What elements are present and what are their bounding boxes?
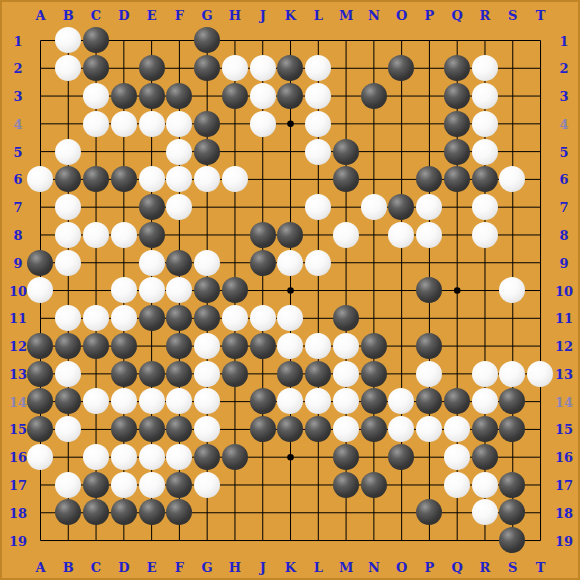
intersection-R11[interactable] — [471, 304, 499, 332]
intersection-J3[interactable] — [249, 82, 277, 110]
intersection-J2[interactable] — [249, 54, 277, 82]
intersection-P4[interactable] — [415, 110, 443, 138]
intersection-F2[interactable] — [165, 54, 193, 82]
intersection-M17[interactable] — [332, 471, 360, 499]
intersection-S12[interactable] — [499, 332, 527, 360]
intersection-G2[interactable] — [193, 54, 221, 82]
intersection-A17[interactable] — [27, 471, 55, 499]
intersection-N13[interactable] — [360, 360, 388, 388]
intersection-J13[interactable] — [249, 360, 277, 388]
intersection-L13[interactable] — [304, 360, 332, 388]
intersection-P10[interactable] — [415, 276, 443, 304]
intersection-F9[interactable] — [165, 249, 193, 277]
intersection-Q11[interactable] — [443, 304, 471, 332]
intersection-B19[interactable] — [54, 526, 82, 554]
intersection-M19[interactable] — [332, 526, 360, 554]
intersection-S13[interactable] — [499, 360, 527, 388]
intersection-R7[interactable] — [471, 193, 499, 221]
intersection-D1[interactable] — [110, 27, 138, 55]
intersection-J10[interactable] — [249, 276, 277, 304]
intersection-C19[interactable] — [82, 526, 110, 554]
intersection-G10[interactable] — [193, 276, 221, 304]
intersection-K10[interactable] — [276, 276, 304, 304]
intersection-O17[interactable] — [388, 471, 416, 499]
intersection-L7[interactable] — [304, 193, 332, 221]
intersection-P12[interactable] — [415, 332, 443, 360]
intersection-D3[interactable] — [110, 82, 138, 110]
intersection-P19[interactable] — [415, 526, 443, 554]
intersection-T3[interactable] — [526, 82, 554, 110]
intersection-Q13[interactable] — [443, 360, 471, 388]
intersection-G13[interactable] — [193, 360, 221, 388]
intersection-C14[interactable] — [82, 388, 110, 416]
intersection-O1[interactable] — [388, 27, 416, 55]
intersection-L16[interactable] — [304, 443, 332, 471]
intersection-J16[interactable] — [249, 443, 277, 471]
intersection-F3[interactable] — [165, 82, 193, 110]
intersection-K7[interactable] — [276, 193, 304, 221]
intersection-R9[interactable] — [471, 249, 499, 277]
intersection-M10[interactable] — [332, 276, 360, 304]
intersection-G1[interactable] — [193, 27, 221, 55]
intersection-D13[interactable] — [110, 360, 138, 388]
intersection-H7[interactable] — [221, 193, 249, 221]
intersection-P18[interactable] — [415, 499, 443, 527]
intersection-B18[interactable] — [54, 499, 82, 527]
intersection-A9[interactable] — [27, 249, 55, 277]
intersection-R3[interactable] — [471, 82, 499, 110]
intersection-M13[interactable] — [332, 360, 360, 388]
intersection-Q18[interactable] — [443, 499, 471, 527]
intersection-O11[interactable] — [388, 304, 416, 332]
intersection-T2[interactable] — [526, 54, 554, 82]
intersection-P13[interactable] — [415, 360, 443, 388]
intersection-T13[interactable] — [526, 360, 554, 388]
intersection-H18[interactable] — [221, 499, 249, 527]
intersection-T7[interactable] — [526, 193, 554, 221]
intersection-P7[interactable] — [415, 193, 443, 221]
intersection-O6[interactable] — [388, 165, 416, 193]
intersection-O3[interactable] — [388, 82, 416, 110]
intersection-P6[interactable] — [415, 165, 443, 193]
intersection-R5[interactable] — [471, 138, 499, 166]
intersection-P3[interactable] — [415, 82, 443, 110]
intersection-C9[interactable] — [82, 249, 110, 277]
intersection-C7[interactable] — [82, 193, 110, 221]
intersection-T6[interactable] — [526, 165, 554, 193]
intersection-K17[interactable] — [276, 471, 304, 499]
intersection-T18[interactable] — [526, 499, 554, 527]
intersection-E7[interactable] — [138, 193, 166, 221]
intersection-N15[interactable] — [360, 415, 388, 443]
intersection-F6[interactable] — [165, 165, 193, 193]
intersection-S5[interactable] — [499, 138, 527, 166]
intersection-T9[interactable] — [526, 249, 554, 277]
intersection-T16[interactable] — [526, 443, 554, 471]
intersection-E19[interactable] — [138, 526, 166, 554]
intersection-M6[interactable] — [332, 165, 360, 193]
intersection-D4[interactable] — [110, 110, 138, 138]
intersection-D2[interactable] — [110, 54, 138, 82]
intersection-M15[interactable] — [332, 415, 360, 443]
intersection-T14[interactable] — [526, 388, 554, 416]
intersection-B3[interactable] — [54, 82, 82, 110]
intersection-T1[interactable] — [526, 27, 554, 55]
intersection-O2[interactable] — [388, 54, 416, 82]
intersection-Q8[interactable] — [443, 221, 471, 249]
intersection-E14[interactable] — [138, 388, 166, 416]
intersection-S18[interactable] — [499, 499, 527, 527]
intersection-Q9[interactable] — [443, 249, 471, 277]
intersection-S7[interactable] — [499, 193, 527, 221]
intersection-E12[interactable] — [138, 332, 166, 360]
intersection-R14[interactable] — [471, 388, 499, 416]
intersection-M16[interactable] — [332, 443, 360, 471]
intersection-M9[interactable] — [332, 249, 360, 277]
intersection-E2[interactable] — [138, 54, 166, 82]
intersection-N9[interactable] — [360, 249, 388, 277]
intersection-K19[interactable] — [276, 526, 304, 554]
intersection-K5[interactable] — [276, 138, 304, 166]
intersection-O4[interactable] — [388, 110, 416, 138]
intersection-O14[interactable] — [388, 388, 416, 416]
intersection-F7[interactable] — [165, 193, 193, 221]
intersection-G6[interactable] — [193, 165, 221, 193]
intersection-A8[interactable] — [27, 221, 55, 249]
intersection-N11[interactable] — [360, 304, 388, 332]
intersection-Q12[interactable] — [443, 332, 471, 360]
intersection-B10[interactable] — [54, 276, 82, 304]
intersection-C18[interactable] — [82, 499, 110, 527]
intersection-M2[interactable] — [332, 54, 360, 82]
intersection-N3[interactable] — [360, 82, 388, 110]
intersection-M4[interactable] — [332, 110, 360, 138]
intersection-E1[interactable] — [138, 27, 166, 55]
intersection-O10[interactable] — [388, 276, 416, 304]
intersection-R6[interactable] — [471, 165, 499, 193]
intersection-N17[interactable] — [360, 471, 388, 499]
intersection-R16[interactable] — [471, 443, 499, 471]
intersection-A18[interactable] — [27, 499, 55, 527]
intersection-B15[interactable] — [54, 415, 82, 443]
intersection-B17[interactable] — [54, 471, 82, 499]
intersection-F19[interactable] — [165, 526, 193, 554]
intersection-H14[interactable] — [221, 388, 249, 416]
intersection-E6[interactable] — [138, 165, 166, 193]
intersection-S19[interactable] — [499, 526, 527, 554]
intersection-B11[interactable] — [54, 304, 82, 332]
intersection-B8[interactable] — [54, 221, 82, 249]
intersection-A5[interactable] — [27, 138, 55, 166]
intersection-N14[interactable] — [360, 388, 388, 416]
intersection-H15[interactable] — [221, 415, 249, 443]
intersection-M5[interactable] — [332, 138, 360, 166]
intersection-S2[interactable] — [499, 54, 527, 82]
intersection-T11[interactable] — [526, 304, 554, 332]
intersection-E10[interactable] — [138, 276, 166, 304]
intersection-R1[interactable] — [471, 27, 499, 55]
intersection-G8[interactable] — [193, 221, 221, 249]
intersection-H10[interactable] — [221, 276, 249, 304]
intersection-C12[interactable] — [82, 332, 110, 360]
intersection-D9[interactable] — [110, 249, 138, 277]
intersection-H9[interactable] — [221, 249, 249, 277]
intersection-B9[interactable] — [54, 249, 82, 277]
intersection-T5[interactable] — [526, 138, 554, 166]
intersection-J14[interactable] — [249, 388, 277, 416]
intersection-E4[interactable] — [138, 110, 166, 138]
intersection-K9[interactable] — [276, 249, 304, 277]
intersection-M8[interactable] — [332, 221, 360, 249]
intersection-A3[interactable] — [27, 82, 55, 110]
intersection-G17[interactable] — [193, 471, 221, 499]
intersection-G14[interactable] — [193, 388, 221, 416]
intersection-H11[interactable] — [221, 304, 249, 332]
intersection-K2[interactable] — [276, 54, 304, 82]
intersection-L11[interactable] — [304, 304, 332, 332]
intersection-L8[interactable] — [304, 221, 332, 249]
intersection-A15[interactable] — [27, 415, 55, 443]
intersection-J17[interactable] — [249, 471, 277, 499]
intersection-J15[interactable] — [249, 415, 277, 443]
intersection-J4[interactable] — [249, 110, 277, 138]
intersection-G18[interactable] — [193, 499, 221, 527]
intersection-R4[interactable] — [471, 110, 499, 138]
intersection-L3[interactable] — [304, 82, 332, 110]
intersection-Q17[interactable] — [443, 471, 471, 499]
intersection-H16[interactable] — [221, 443, 249, 471]
intersection-B2[interactable] — [54, 54, 82, 82]
intersection-C10[interactable] — [82, 276, 110, 304]
intersection-K6[interactable] — [276, 165, 304, 193]
intersection-Q5[interactable] — [443, 138, 471, 166]
intersection-J19[interactable] — [249, 526, 277, 554]
intersection-T4[interactable] — [526, 110, 554, 138]
intersection-T15[interactable] — [526, 415, 554, 443]
intersection-E16[interactable] — [138, 443, 166, 471]
intersection-T10[interactable] — [526, 276, 554, 304]
intersection-P16[interactable] — [415, 443, 443, 471]
intersection-G3[interactable] — [193, 82, 221, 110]
intersection-L9[interactable] — [304, 249, 332, 277]
intersection-M12[interactable] — [332, 332, 360, 360]
intersection-D8[interactable] — [110, 221, 138, 249]
intersection-R10[interactable] — [471, 276, 499, 304]
intersection-R12[interactable] — [471, 332, 499, 360]
intersection-A10[interactable] — [27, 276, 55, 304]
intersection-H17[interactable] — [221, 471, 249, 499]
intersection-F15[interactable] — [165, 415, 193, 443]
intersection-L17[interactable] — [304, 471, 332, 499]
intersection-C1[interactable] — [82, 27, 110, 55]
intersection-D11[interactable] — [110, 304, 138, 332]
intersection-O9[interactable] — [388, 249, 416, 277]
intersection-T12[interactable] — [526, 332, 554, 360]
intersection-Q7[interactable] — [443, 193, 471, 221]
intersection-R19[interactable] — [471, 526, 499, 554]
intersection-E3[interactable] — [138, 82, 166, 110]
intersection-G15[interactable] — [193, 415, 221, 443]
intersection-G5[interactable] — [193, 138, 221, 166]
intersection-Q2[interactable] — [443, 54, 471, 82]
intersection-R15[interactable] — [471, 415, 499, 443]
intersection-A7[interactable] — [27, 193, 55, 221]
intersection-C8[interactable] — [82, 221, 110, 249]
intersection-P14[interactable] — [415, 388, 443, 416]
intersection-M14[interactable] — [332, 388, 360, 416]
intersection-L6[interactable] — [304, 165, 332, 193]
intersection-A16[interactable] — [27, 443, 55, 471]
intersection-G12[interactable] — [193, 332, 221, 360]
intersection-K1[interactable] — [276, 27, 304, 55]
intersection-D15[interactable] — [110, 415, 138, 443]
intersection-D10[interactable] — [110, 276, 138, 304]
intersection-L18[interactable] — [304, 499, 332, 527]
intersection-B1[interactable] — [54, 27, 82, 55]
intersection-G16[interactable] — [193, 443, 221, 471]
intersection-A13[interactable] — [27, 360, 55, 388]
intersection-N12[interactable] — [360, 332, 388, 360]
intersection-N5[interactable] — [360, 138, 388, 166]
intersection-N19[interactable] — [360, 526, 388, 554]
intersection-S16[interactable] — [499, 443, 527, 471]
intersection-J6[interactable] — [249, 165, 277, 193]
intersection-C3[interactable] — [82, 82, 110, 110]
intersection-J18[interactable] — [249, 499, 277, 527]
intersection-K14[interactable] — [276, 388, 304, 416]
intersection-F18[interactable] — [165, 499, 193, 527]
intersection-Q4[interactable] — [443, 110, 471, 138]
intersection-K11[interactable] — [276, 304, 304, 332]
intersection-O18[interactable] — [388, 499, 416, 527]
intersection-D12[interactable] — [110, 332, 138, 360]
intersection-F11[interactable] — [165, 304, 193, 332]
intersection-D14[interactable] — [110, 388, 138, 416]
intersection-H1[interactable] — [221, 27, 249, 55]
intersection-Q1[interactable] — [443, 27, 471, 55]
intersection-L10[interactable] — [304, 276, 332, 304]
intersection-T19[interactable] — [526, 526, 554, 554]
intersection-M11[interactable] — [332, 304, 360, 332]
intersection-A19[interactable] — [27, 526, 55, 554]
intersection-Q10[interactable] — [443, 276, 471, 304]
intersection-S1[interactable] — [499, 27, 527, 55]
intersection-S3[interactable] — [499, 82, 527, 110]
intersection-P11[interactable] — [415, 304, 443, 332]
intersection-J12[interactable] — [249, 332, 277, 360]
intersection-G19[interactable] — [193, 526, 221, 554]
intersection-R13[interactable] — [471, 360, 499, 388]
intersection-B16[interactable] — [54, 443, 82, 471]
intersection-H6[interactable] — [221, 165, 249, 193]
intersection-M18[interactable] — [332, 499, 360, 527]
intersection-B7[interactable] — [54, 193, 82, 221]
intersection-K16[interactable] — [276, 443, 304, 471]
intersection-K18[interactable] — [276, 499, 304, 527]
intersection-J5[interactable] — [249, 138, 277, 166]
intersection-N8[interactable] — [360, 221, 388, 249]
intersection-O13[interactable] — [388, 360, 416, 388]
intersection-F4[interactable] — [165, 110, 193, 138]
intersection-F8[interactable] — [165, 221, 193, 249]
intersection-K4[interactable] — [276, 110, 304, 138]
intersection-M1[interactable] — [332, 27, 360, 55]
intersection-R8[interactable] — [471, 221, 499, 249]
intersection-J7[interactable] — [249, 193, 277, 221]
intersection-S14[interactable] — [499, 388, 527, 416]
intersection-F1[interactable] — [165, 27, 193, 55]
intersection-K3[interactable] — [276, 82, 304, 110]
intersection-C11[interactable] — [82, 304, 110, 332]
intersection-N7[interactable] — [360, 193, 388, 221]
intersection-L19[interactable] — [304, 526, 332, 554]
intersection-J1[interactable] — [249, 27, 277, 55]
intersection-F12[interactable] — [165, 332, 193, 360]
intersection-C17[interactable] — [82, 471, 110, 499]
intersection-H5[interactable] — [221, 138, 249, 166]
intersection-H3[interactable] — [221, 82, 249, 110]
intersection-C2[interactable] — [82, 54, 110, 82]
intersection-K12[interactable] — [276, 332, 304, 360]
intersection-O15[interactable] — [388, 415, 416, 443]
intersection-N1[interactable] — [360, 27, 388, 55]
intersection-P8[interactable] — [415, 221, 443, 249]
intersection-L12[interactable] — [304, 332, 332, 360]
intersection-H19[interactable] — [221, 526, 249, 554]
intersection-F10[interactable] — [165, 276, 193, 304]
intersection-F14[interactable] — [165, 388, 193, 416]
intersection-E18[interactable] — [138, 499, 166, 527]
intersection-O7[interactable] — [388, 193, 416, 221]
intersection-E8[interactable] — [138, 221, 166, 249]
intersection-C13[interactable] — [82, 360, 110, 388]
intersection-P15[interactable] — [415, 415, 443, 443]
intersection-L2[interactable] — [304, 54, 332, 82]
intersection-H12[interactable] — [221, 332, 249, 360]
intersection-A6[interactable] — [27, 165, 55, 193]
intersection-G7[interactable] — [193, 193, 221, 221]
intersection-B5[interactable] — [54, 138, 82, 166]
intersection-P9[interactable] — [415, 249, 443, 277]
intersection-S4[interactable] — [499, 110, 527, 138]
intersection-G9[interactable] — [193, 249, 221, 277]
intersection-N16[interactable] — [360, 443, 388, 471]
intersection-P1[interactable] — [415, 27, 443, 55]
intersection-O19[interactable] — [388, 526, 416, 554]
intersection-B4[interactable] — [54, 110, 82, 138]
intersection-M7[interactable] — [332, 193, 360, 221]
intersection-D6[interactable] — [110, 165, 138, 193]
intersection-A2[interactable] — [27, 54, 55, 82]
intersection-C15[interactable] — [82, 415, 110, 443]
intersection-N6[interactable] — [360, 165, 388, 193]
intersection-B12[interactable] — [54, 332, 82, 360]
intersection-L14[interactable] — [304, 388, 332, 416]
intersection-A12[interactable] — [27, 332, 55, 360]
intersection-E9[interactable] — [138, 249, 166, 277]
intersection-R18[interactable] — [471, 499, 499, 527]
intersection-D19[interactable] — [110, 526, 138, 554]
intersection-D7[interactable] — [110, 193, 138, 221]
intersection-Q15[interactable] — [443, 415, 471, 443]
intersection-S6[interactable] — [499, 165, 527, 193]
intersection-M3[interactable] — [332, 82, 360, 110]
intersection-A4[interactable] — [27, 110, 55, 138]
intersection-F16[interactable] — [165, 443, 193, 471]
intersection-K8[interactable] — [276, 221, 304, 249]
intersection-L4[interactable] — [304, 110, 332, 138]
intersection-D5[interactable] — [110, 138, 138, 166]
